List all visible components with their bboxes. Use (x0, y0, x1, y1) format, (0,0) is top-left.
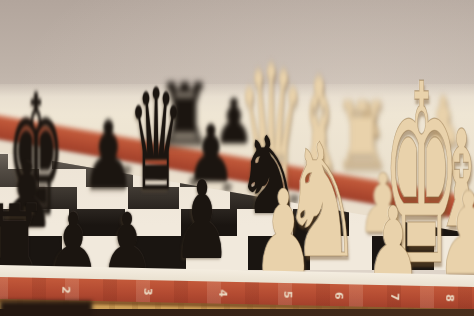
border-number-6: 6 (332, 292, 345, 300)
border-number-7: 7 (388, 293, 401, 301)
wood-rail-dark-corner (0, 301, 92, 316)
chess-photo-scene: ♜♟♚♟♟♟♛♜♟♟♟♞♛♟♝♞♜♟♟♟♚♟♝♟ 12345678 (0, 0, 474, 316)
border-number-2: 2 (59, 286, 72, 294)
border-number-5: 5 (281, 291, 294, 299)
border-number-3: 3 (141, 288, 154, 296)
border-number-8: 8 (443, 294, 456, 302)
border-number-4: 4 (216, 289, 229, 297)
